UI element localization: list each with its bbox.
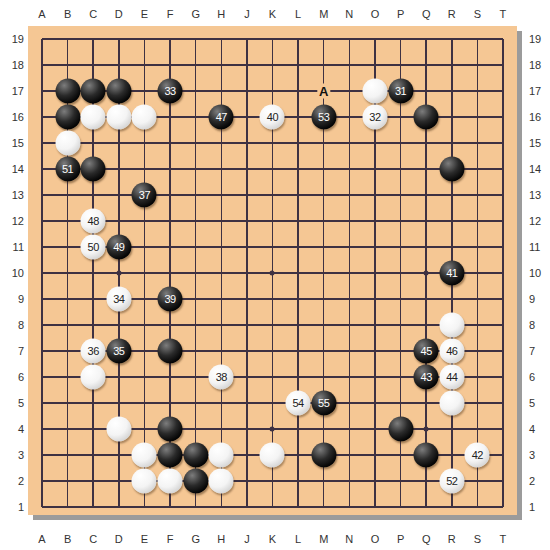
coord-label-bottom-d: D	[115, 533, 123, 545]
coord-label-bottom-m: M	[319, 533, 328, 545]
stone-white-h6: 38	[209, 365, 234, 390]
coord-label-right-6: 6	[529, 371, 549, 383]
coord-label-right-8: 8	[529, 319, 549, 331]
coord-label-left-2: 2	[0, 475, 24, 487]
grid-line-vertical	[477, 39, 479, 507]
stone-black-q6: 43	[414, 365, 439, 390]
stone-black-r14	[439, 157, 464, 182]
coord-label-top-e: E	[141, 8, 148, 20]
grid-line-vertical	[297, 39, 299, 507]
coord-label-top-s: S	[474, 8, 481, 20]
stone-white-k3	[260, 443, 285, 468]
coord-label-left-15: 15	[0, 137, 24, 149]
coord-label-bottom-q: Q	[422, 533, 431, 545]
coord-label-top-f: F	[167, 8, 174, 20]
stone-black-r10: 41	[439, 261, 464, 286]
coord-label-bottom-e: E	[141, 533, 148, 545]
stone-white-d9: 34	[106, 287, 131, 312]
stone-white-o17	[362, 79, 387, 104]
coord-label-left-1: 1	[0, 501, 24, 513]
star-point	[270, 271, 275, 276]
coord-label-bottom-p: P	[397, 533, 404, 545]
coord-label-left-12: 12	[0, 215, 24, 227]
coord-label-right-11: 11	[529, 241, 549, 253]
stone-black-g2	[183, 469, 208, 494]
stone-white-r2: 52	[439, 469, 464, 494]
grid-line-horizontal	[42, 324, 503, 326]
coord-label-right-3: 3	[529, 449, 549, 461]
coord-label-bottom-s: S	[474, 533, 481, 545]
coord-label-bottom-o: O	[371, 533, 380, 545]
stone-black-c14	[81, 157, 106, 182]
stone-white-d16	[106, 105, 131, 130]
stone-white-h2	[209, 469, 234, 494]
coord-label-bottom-a: A	[38, 533, 45, 545]
stone-black-b14: 51	[55, 157, 80, 182]
grid-line-horizontal	[42, 506, 503, 508]
stone-black-f7	[158, 339, 183, 364]
stone-black-b16	[55, 105, 80, 130]
stone-white-r6: 44	[439, 365, 464, 390]
stone-white-k16: 40	[260, 105, 285, 130]
stone-black-c17	[81, 79, 106, 104]
coord-label-right-17: 17	[529, 85, 549, 97]
coord-label-right-4: 4	[529, 423, 549, 435]
coord-label-left-16: 16	[0, 111, 24, 123]
coord-label-right-13: 13	[529, 189, 549, 201]
coord-label-bottom-n: N	[345, 533, 353, 545]
coord-label-right-19: 19	[529, 33, 549, 45]
coord-label-left-18: 18	[0, 59, 24, 71]
coord-label-bottom-t: T	[500, 533, 507, 545]
coord-label-top-k: K	[269, 8, 276, 20]
star-point	[270, 427, 275, 432]
star-point	[424, 271, 429, 276]
stone-black-e13: 37	[132, 183, 157, 208]
stone-black-f9: 39	[158, 287, 183, 312]
stone-white-r5	[439, 391, 464, 416]
coord-label-right-18: 18	[529, 59, 549, 71]
coord-label-bottom-k: K	[269, 533, 276, 545]
stone-black-h16: 47	[209, 105, 234, 130]
coord-label-bottom-c: C	[89, 533, 97, 545]
coord-label-bottom-g: G	[191, 533, 200, 545]
coord-label-top-b: B	[64, 8, 71, 20]
coord-label-bottom-r: R	[448, 533, 456, 545]
stone-white-r7: 46	[439, 339, 464, 364]
stone-black-p4	[388, 417, 413, 442]
stone-black-m3	[311, 443, 336, 468]
coord-label-left-5: 5	[0, 397, 24, 409]
coord-label-top-h: H	[217, 8, 225, 20]
coord-label-left-17: 17	[0, 85, 24, 97]
coord-label-right-16: 16	[529, 111, 549, 123]
go-board-diagram: 3331474053325137485049413439363545463843…	[0, 0, 550, 550]
stone-black-f4	[158, 417, 183, 442]
coord-label-left-13: 13	[0, 189, 24, 201]
coord-label-left-14: 14	[0, 163, 24, 175]
star-point	[116, 271, 121, 276]
coord-label-left-19: 19	[0, 33, 24, 45]
coord-label-bottom-l: L	[295, 533, 301, 545]
stone-white-c12: 48	[81, 209, 106, 234]
stone-white-e3	[132, 443, 157, 468]
coord-label-top-j: J	[244, 8, 250, 20]
coord-label-top-q: Q	[422, 8, 431, 20]
coord-label-left-7: 7	[0, 345, 24, 357]
coord-label-bottom-f: F	[167, 533, 174, 545]
stone-white-f2	[158, 469, 183, 494]
stone-black-d7: 35	[106, 339, 131, 364]
coord-label-right-15: 15	[529, 137, 549, 149]
grid-line-vertical	[349, 39, 351, 507]
coord-label-left-6: 6	[0, 371, 24, 383]
stone-white-b15	[55, 131, 80, 156]
coord-label-top-a: A	[38, 8, 45, 20]
stone-black-m5: 55	[311, 391, 336, 416]
stone-white-c7: 36	[81, 339, 106, 364]
stone-white-s3: 42	[465, 443, 490, 468]
coord-label-left-10: 10	[0, 267, 24, 279]
marker-a: A	[317, 84, 330, 99]
stone-black-p17: 31	[388, 79, 413, 104]
coord-label-top-o: O	[371, 8, 380, 20]
coord-label-left-9: 9	[0, 293, 24, 305]
stone-white-e2	[132, 469, 157, 494]
coord-label-top-p: P	[397, 8, 404, 20]
stone-black-q7: 45	[414, 339, 439, 364]
grid-line-horizontal	[42, 402, 503, 404]
go-board: 3331474053325137485049413439363545463843…	[28, 26, 517, 515]
stone-black-d11: 49	[106, 235, 131, 260]
stone-white-c6	[81, 365, 106, 390]
coord-label-top-r: R	[448, 8, 456, 20]
star-point	[424, 427, 429, 432]
coord-label-top-l: L	[295, 8, 301, 20]
stone-white-e16	[132, 105, 157, 130]
stone-black-f17: 33	[158, 79, 183, 104]
coord-label-bottom-j: J	[244, 533, 250, 545]
stone-white-o16: 32	[362, 105, 387, 130]
coord-label-bottom-h: H	[217, 533, 225, 545]
stone-black-g3	[183, 443, 208, 468]
stone-black-f3	[158, 443, 183, 468]
coord-label-top-t: T	[500, 8, 507, 20]
coord-label-left-4: 4	[0, 423, 24, 435]
coord-label-top-d: D	[115, 8, 123, 20]
coord-label-top-c: C	[89, 8, 97, 20]
coord-label-right-14: 14	[529, 163, 549, 175]
stone-white-r8	[439, 313, 464, 338]
coord-label-right-12: 12	[529, 215, 549, 227]
coord-label-left-3: 3	[0, 449, 24, 461]
stone-black-m16: 53	[311, 105, 336, 130]
coord-label-right-2: 2	[529, 475, 549, 487]
coord-label-left-11: 11	[0, 241, 24, 253]
coord-label-top-g: G	[191, 8, 200, 20]
coord-label-bottom-b: B	[64, 533, 71, 545]
coord-label-right-1: 1	[529, 501, 549, 513]
coord-label-right-7: 7	[529, 345, 549, 357]
coord-label-right-10: 10	[529, 267, 549, 279]
stone-white-c11: 50	[81, 235, 106, 260]
stone-white-c16	[81, 105, 106, 130]
grid-line-vertical	[502, 39, 504, 507]
coord-label-top-n: N	[345, 8, 353, 20]
stone-black-d17	[106, 79, 131, 104]
coord-label-top-m: M	[319, 8, 328, 20]
stone-black-q16	[414, 105, 439, 130]
stone-white-l5: 54	[286, 391, 311, 416]
stone-white-d4	[106, 417, 131, 442]
coord-label-left-8: 8	[0, 319, 24, 331]
stone-white-h3	[209, 443, 234, 468]
coord-label-right-5: 5	[529, 397, 549, 409]
coord-label-right-9: 9	[529, 293, 549, 305]
stone-black-q3	[414, 443, 439, 468]
grid-line-horizontal	[42, 480, 503, 482]
stone-black-b17	[55, 79, 80, 104]
